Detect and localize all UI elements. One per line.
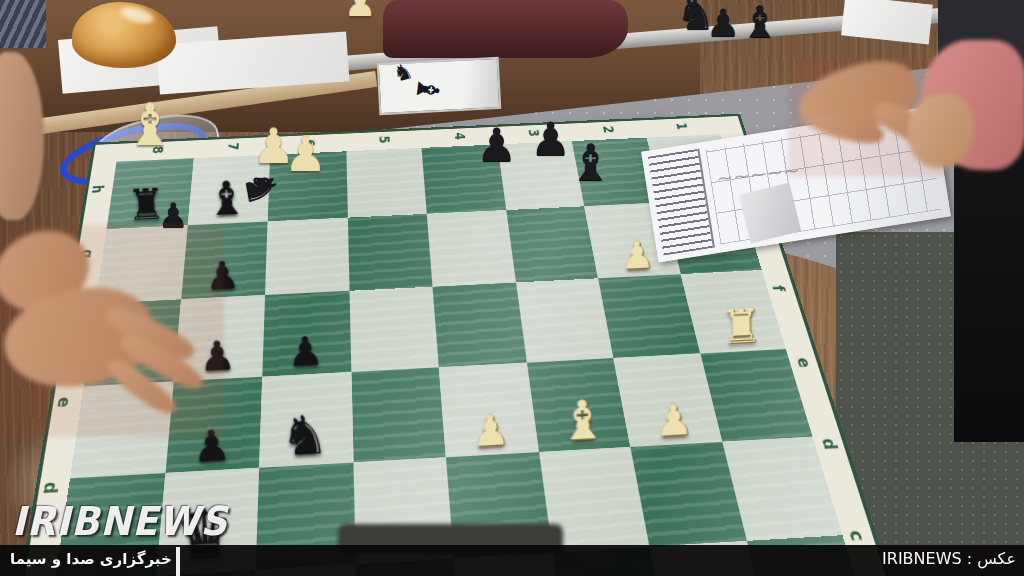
white-pawn-g2[interactable]: ♟ (620, 237, 655, 274)
watermark: IRIBNEWS (12, 498, 228, 544)
square-f5[interactable] (349, 287, 439, 372)
square-f3[interactable] (516, 278, 614, 362)
table-card-with-chess-logo: ♞ ♝ (377, 57, 502, 115)
captured-white-bishop[interactable]: ♝ (124, 96, 176, 154)
square-g4[interactable] (427, 210, 516, 287)
card-bishop-icon: ♝ (411, 74, 444, 104)
coordinate-label-e: e (794, 357, 813, 368)
square-e5[interactable] (351, 367, 446, 462)
far-table-black-bishop[interactable]: ♝ (740, 0, 779, 44)
captured-black-bishop[interactable]: ♝ (568, 138, 613, 188)
black-knight-e6[interactable]: ♞ (280, 409, 331, 463)
coordinate-label-4: 4 (452, 132, 467, 140)
white-bishop-e3[interactable]: ♝ (558, 394, 608, 447)
captured-black-pawn[interactable]: ♟ (530, 116, 571, 162)
coordinate-label-d: d (41, 481, 61, 494)
far-table-black-pawn[interactable]: ♟ (706, 4, 740, 42)
coordinate-label-2: 2 (600, 125, 616, 133)
captured-black-pawn[interactable]: ♟ (476, 122, 517, 168)
white-pawn-e2[interactable]: ♟ (655, 400, 694, 442)
caption-persian: خبرگزاری صدا و سیما (10, 550, 172, 568)
square-e3[interactable]: ♝ (526, 358, 630, 452)
coordinate-label-1: 1 (674, 122, 690, 130)
striped-shirt (0, 0, 46, 48)
coordinate-label-c: c (846, 529, 867, 541)
white-pawn-e4[interactable]: ♟ (471, 410, 511, 452)
caption-photo-credit: عکس : IRIBNEWS (882, 549, 1016, 568)
square-g3[interactable] (506, 206, 598, 282)
square-e4[interactable]: ♟ (439, 363, 539, 458)
far-table-white-pawn[interactable]: ♟ (344, 0, 376, 22)
caption-divider (176, 547, 180, 576)
square-g6[interactable] (265, 218, 349, 295)
chair-back (383, 0, 628, 58)
score-sheet-header (648, 149, 715, 256)
coordinate-label-7: 7 (226, 142, 241, 150)
coordinate-label-h: h (90, 185, 106, 194)
pink-sleeve-arm (904, 40, 1024, 200)
coordinate-label-d: d (819, 438, 840, 451)
square-f1[interactable]: ♜ (680, 270, 786, 353)
moving-hand (0, 226, 224, 436)
square-f6[interactable]: ♟ (262, 291, 351, 377)
coordinate-label-5: 5 (377, 135, 391, 143)
white-rook-f1[interactable]: ♜ (719, 303, 762, 349)
square-h5[interactable] (346, 148, 427, 218)
square-g5[interactable] (347, 214, 432, 291)
black-pawn-f6[interactable]: ♟ (287, 332, 325, 372)
square-e6[interactable]: ♞ (259, 372, 353, 468)
captured-knight-lying[interactable]: ♞ (239, 167, 285, 209)
photo-stage: ♞ ♝ ♜♝♚♟♟♟♟♜♟♞♟♝♟♛♚♞♞♟♟♟♛♟♜ 887766554433… (0, 0, 1024, 576)
captured-white-pawn[interactable]: ♟ (284, 130, 327, 178)
coordinate-label-f: f (770, 285, 787, 292)
square-f4[interactable] (432, 282, 526, 367)
